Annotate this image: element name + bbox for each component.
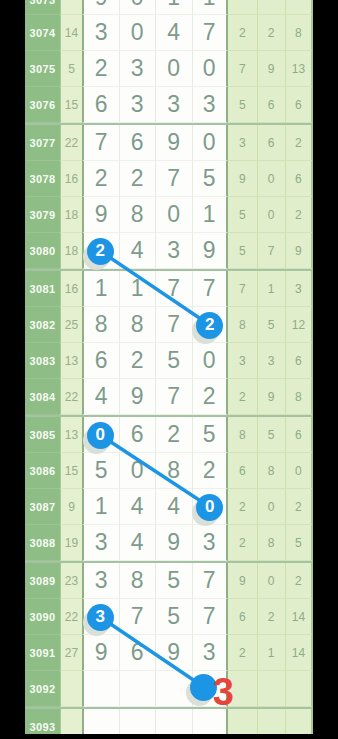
table-row: 3090227576214 [25,599,313,635]
draw-id-cell: 3082 [25,307,60,343]
stat-cell: 5 [257,307,285,343]
table-row: 3081161177713 [25,271,313,307]
draw-id-cell: 3081 [25,271,60,307]
digit-cell: 7 [119,599,156,635]
digit-cell: 5 [155,563,192,599]
lottery-trend-screen: 3073901130741430472283075523007913307615… [0,0,338,739]
prediction-marker[interactable]: 3 [213,673,234,711]
draw-id-cell: 3087 [25,489,60,525]
digit-cell: 4 [155,15,192,51]
digit-cell: 3 [82,525,119,561]
stat-cell: 8 [285,379,313,415]
stat-cell: 9 [285,233,313,269]
stat-cell: 3 [257,343,285,379]
sum-cell: 22 [60,379,82,415]
draw-id-cell: 3086 [25,453,60,489]
table-row: 308018439579 [25,233,313,269]
digit-cell: 7 [155,307,192,343]
stat-cell: 2 [228,525,257,561]
digit-cell: 3 [192,87,229,123]
stat-cell: 2 [285,197,313,233]
table-row: 30739011 [25,0,313,15]
digit-cell: 4 [119,233,156,269]
stat-cell [285,0,313,15]
digit-cell: 3 [155,87,192,123]
sum-cell: 16 [60,271,82,307]
stat-cell: 8 [285,15,313,51]
draw-id-cell: 3092 [25,671,60,707]
table-row: 3084224972298 [25,379,313,415]
stat-cell: 0 [257,489,285,525]
digit-cell: 3 [82,15,119,51]
stat-cell: 5 [228,233,257,269]
table-row: 3074143047228 [25,15,313,51]
digit-cell: 6 [119,417,156,453]
digit-cell: 1 [192,0,229,15]
draw-id-cell: 3073 [25,0,60,15]
digit-cell: 5 [155,599,192,635]
sum-cell: 18 [60,197,82,233]
table-row: 3078162275906 [25,161,313,197]
digit-cell: 3 [192,525,229,561]
table-row: 3092 [25,671,313,707]
table-row: 3086155082680 [25,453,313,489]
digit-cell: 2 [119,161,156,197]
stat-cell [228,0,257,15]
stat-cell: 5 [228,87,257,123]
draw-id-cell: 3080 [25,233,60,269]
sum-cell: 5 [60,51,82,87]
sum-cell: 16 [60,161,82,197]
digit-cell [155,709,192,734]
sum-cell: 15 [60,87,82,123]
trend-table[interactable]: 3073901130741430472283075523007913307615… [25,0,313,734]
stat-cell: 3 [228,343,257,379]
digit-cell: 5 [82,453,119,489]
digit-cell: 9 [82,197,119,233]
sum-cell [60,671,82,707]
table-row: 3093 [25,709,313,734]
stat-cell: 0 [257,197,285,233]
stat-cell: 2 [285,125,313,161]
digit-cell: 1 [82,489,119,525]
table-row: 3079189801502 [25,197,313,233]
digit-cell: 8 [119,563,156,599]
digit-cell: 9 [82,635,119,671]
table-row: 308513625856 [25,417,313,453]
stat-cell: 5 [228,197,257,233]
sum-cell: 22 [60,599,82,635]
digit-cell: 9 [155,525,192,561]
digit-cell: 3 [155,233,192,269]
stat-cell: 14 [285,635,313,671]
table-row: 3083136250336 [25,343,313,379]
table-row: 3076156333566 [25,87,313,123]
digit-cell: 9 [119,379,156,415]
stat-cell: 1 [257,271,285,307]
digit-cell: 1 [119,271,156,307]
digit-cell: 0 [119,453,156,489]
digit-cell: 8 [119,307,156,343]
stat-cell: 2 [285,489,313,525]
digit-cell: 6 [119,125,156,161]
digit-cell: 3 [119,51,156,87]
digit-cell: 9 [82,0,119,15]
digit-cell [119,671,156,707]
stat-cell: 9 [257,379,285,415]
stat-cell: 2 [285,563,313,599]
stat-cell: 6 [285,343,313,379]
digit-cell [82,709,119,734]
digit-cell [192,307,229,343]
sum-cell: 15 [60,453,82,489]
sum-cell: 27 [60,635,82,671]
stat-cell: 7 [228,51,257,87]
stat-cell: 6 [257,125,285,161]
stat-cell: 2 [257,15,285,51]
stat-cell: 1 [257,635,285,671]
digit-cell: 0 [192,343,229,379]
digit-cell: 3 [192,635,229,671]
stat-cell: 0 [257,161,285,197]
stat-cell: 3 [285,271,313,307]
digit-cell: 6 [119,635,156,671]
digit-cell: 8 [155,453,192,489]
digit-cell: 7 [155,379,192,415]
digit-cell: 0 [155,51,192,87]
stat-cell: 7 [257,233,285,269]
digit-cell [192,489,229,525]
digit-cell [155,671,192,707]
draw-id-cell: 3074 [25,15,60,51]
stat-cell: 2 [228,635,257,671]
draw-id-cell: 3079 [25,197,60,233]
digit-cell: 4 [155,489,192,525]
stat-cell: 6 [285,417,313,453]
digit-cell: 2 [155,417,192,453]
draw-id-cell: 3088 [25,525,60,561]
stat-cell: 8 [257,525,285,561]
digit-cell: 0 [192,125,229,161]
table-row: 3075523007913 [25,51,313,87]
digit-cell: 1 [192,197,229,233]
table-row: 3089233857902 [25,563,313,599]
digit-cell [82,233,119,269]
sum-cell: 25 [60,307,82,343]
digit-cell: 9 [155,125,192,161]
draw-id-cell: 3091 [25,635,60,671]
sum-cell: 18 [60,233,82,269]
sum-cell: 9 [60,489,82,525]
digit-cell: 4 [82,379,119,415]
sum-cell: 13 [60,417,82,453]
digit-cell: 0 [119,0,156,15]
stat-cell: 2 [257,599,285,635]
draw-id-cell: 3085 [25,417,60,453]
stat-cell: 6 [257,87,285,123]
stat-cell: 14 [285,599,313,635]
sum-cell [60,709,82,734]
draw-id-cell: 3077 [25,125,60,161]
stat-cell: 5 [285,525,313,561]
digit-cell [82,671,119,707]
stat-cell [257,0,285,15]
stat-cell [285,709,313,734]
digit-cell: 1 [82,271,119,307]
digit-cell [82,599,119,635]
digit-cell: 2 [82,161,119,197]
table-row: 30912796932114 [25,635,313,671]
stat-cell [285,671,313,707]
stat-cell: 0 [257,563,285,599]
digit-cell: 5 [192,161,229,197]
digit-cell: 5 [155,343,192,379]
digit-cell [119,709,156,734]
table-row: 3088193493285 [25,525,313,561]
digit-cell: 5 [192,417,229,453]
stat-cell: 9 [257,51,285,87]
stat-cell: 6 [228,453,257,489]
sum-cell: 23 [60,563,82,599]
digit-cell: 7 [155,271,192,307]
draw-id-cell: 3076 [25,87,60,123]
table-row: 3077227690362 [25,125,313,161]
digit-cell: 0 [155,197,192,233]
digit-cell: 7 [155,161,192,197]
digit-cell: 2 [82,51,119,87]
sum-cell: 19 [60,525,82,561]
stat-cell: 2 [228,15,257,51]
digit-cell: 7 [192,599,229,635]
stat-cell: 13 [285,51,313,87]
stat-cell: 8 [228,307,257,343]
stat-cell: 8 [228,417,257,453]
stat-cell: 6 [228,599,257,635]
digit-cell [82,417,119,453]
stat-cell: 2 [228,489,257,525]
sum-cell [60,0,82,15]
stat-cell: 9 [228,563,257,599]
sum-cell: 22 [60,125,82,161]
digit-cell: 8 [82,307,119,343]
sum-cell: 13 [60,343,82,379]
sum-cell: 14 [60,15,82,51]
draw-id-cell: 3078 [25,161,60,197]
stat-cell: 5 [257,417,285,453]
digit-cell: 0 [119,15,156,51]
stat-cell: 6 [285,87,313,123]
digit-cell: 6 [82,87,119,123]
digit-cell: 3 [119,87,156,123]
digit-cell: 4 [119,489,156,525]
digit-cell: 4 [119,525,156,561]
stat-cell [257,671,285,707]
draw-id-cell: 3084 [25,379,60,415]
draw-id-cell: 3083 [25,343,60,379]
stat-cell: 0 [285,453,313,489]
stat-cell: 6 [285,161,313,197]
digit-cell: 7 [192,563,229,599]
digit-cell: 0 [192,51,229,87]
digit-cell: 3 [82,563,119,599]
digit-cell: 2 [119,343,156,379]
stat-cell: 2 [228,379,257,415]
stat-cell: 7 [228,271,257,307]
digit-cell: 2 [192,379,229,415]
digit-cell: 9 [192,233,229,269]
stat-cell [257,709,285,734]
stat-cell: 8 [257,453,285,489]
digit-cell: 7 [192,271,229,307]
digit-cell: 6 [82,343,119,379]
stat-cell: 12 [285,307,313,343]
digit-cell: 8 [119,197,156,233]
table-row: 30879144202 [25,489,313,525]
digit-cell: 7 [82,125,119,161]
draw-id-cell: 3089 [25,563,60,599]
digit-cell: 1 [155,0,192,15]
digit-cell: 9 [155,635,192,671]
digit-cell: 7 [192,15,229,51]
draw-id-cell: 3090 [25,599,60,635]
digit-cell: 2 [192,453,229,489]
draw-id-cell: 3093 [25,709,60,734]
stat-cell: 3 [228,125,257,161]
stat-cell: 9 [228,161,257,197]
table-row: 3082258878512 [25,307,313,343]
draw-id-cell: 3075 [25,51,60,87]
